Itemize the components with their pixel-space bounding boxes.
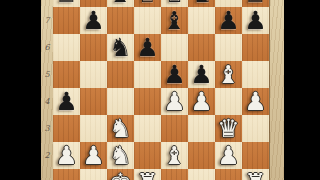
rank-label-6: 6 [41,34,53,61]
square-e2[interactable]: ♝ [161,142,188,169]
square-h5[interactable] [242,61,269,88]
rank-label-5: 5 [41,61,53,88]
piece-white-pawn-f4[interactable]: ♟ [190,88,212,115]
board-frame-right [269,0,284,180]
square-f5[interactable]: ♟ [188,61,215,88]
square-a2[interactable]: ♟ [53,142,80,169]
piece-white-rook-d1[interactable]: ♜ [136,169,158,180]
square-h2[interactable] [242,142,269,169]
piece-white-queen-g3[interactable]: ♛ [217,115,239,142]
square-a6[interactable] [53,34,80,61]
piece-black-pawn-d6[interactable]: ♟ [136,34,158,61]
piece-black-queen-d8[interactable]: ♛ [136,0,158,7]
square-c7[interactable] [107,7,134,34]
square-f6[interactable] [188,34,215,61]
square-g3[interactable]: ♛ [215,115,242,142]
piece-white-pawn-h4[interactable]: ♟ [244,88,266,115]
piece-white-pawn-b2[interactable]: ♟ [82,142,104,169]
piece-black-pawn-f5[interactable]: ♟ [190,61,212,88]
square-f4[interactable]: ♟ [188,88,215,115]
piece-white-pawn-g2[interactable]: ♟ [217,142,239,169]
square-g4[interactable] [215,88,242,115]
square-b3[interactable] [80,115,107,142]
square-b4[interactable] [80,88,107,115]
square-h6[interactable] [242,34,269,61]
square-f1[interactable] [188,169,215,180]
square-h7[interactable]: ♟ [242,7,269,34]
rank-label-4: 4 [41,88,53,115]
square-h4[interactable]: ♟ [242,88,269,115]
square-c3[interactable]: ♞ [107,115,134,142]
square-d5[interactable] [134,61,161,88]
piece-white-knight-c2[interactable]: ♞ [109,142,131,169]
square-a8[interactable]: ♜ [53,0,80,7]
square-b2[interactable]: ♟ [80,142,107,169]
square-a1[interactable] [53,169,80,180]
square-a3[interactable] [53,115,80,142]
square-g5[interactable]: ♝ [215,61,242,88]
square-a5[interactable] [53,61,80,88]
square-f3[interactable] [188,115,215,142]
chess-board: ♜♝♛♚♞♜♟♝♟♟♞♟♟♟♝♟♟♟♟♞♛♟♟♞♝♟♚♜♜ [53,0,269,180]
square-b7[interactable]: ♟ [80,7,107,34]
square-g7[interactable]: ♟ [215,7,242,34]
piece-black-pawn-a4[interactable]: ♟ [55,88,77,115]
square-b5[interactable] [80,61,107,88]
piece-black-pawn-b7[interactable]: ♟ [82,7,104,34]
square-b6[interactable] [80,34,107,61]
square-f2[interactable] [188,142,215,169]
piece-white-pawn-e4[interactable]: ♟ [163,88,185,115]
square-e6[interactable] [161,34,188,61]
piece-black-pawn-h7[interactable]: ♟ [244,7,266,34]
square-d3[interactable] [134,115,161,142]
piece-black-knight-c6[interactable]: ♞ [109,34,131,61]
square-e1[interactable] [161,169,188,180]
square-g6[interactable] [215,34,242,61]
square-c2[interactable]: ♞ [107,142,134,169]
piece-white-rook-h1[interactable]: ♜ [244,169,266,180]
piece-white-pawn-a2[interactable]: ♟ [55,142,77,169]
piece-white-bishop-g5[interactable]: ♝ [217,61,239,88]
square-e4[interactable]: ♟ [161,88,188,115]
square-b1[interactable] [80,169,107,180]
chessboard-screenshot: 765432 ♜♝♛♚♞♜♟♝♟♟♞♟♟♟♝♟♟♟♟♞♛♟♟♞♝♟♚♜♜ [0,0,320,180]
piece-black-pawn-e5[interactable]: ♟ [163,61,185,88]
square-f7[interactable] [188,7,215,34]
piece-white-bishop-e2[interactable]: ♝ [163,142,185,169]
square-f8[interactable]: ♞ [188,0,215,7]
square-d6[interactable]: ♟ [134,34,161,61]
square-e7[interactable]: ♝ [161,7,188,34]
piece-black-bishop-e7[interactable]: ♝ [163,7,185,34]
square-e5[interactable]: ♟ [161,61,188,88]
square-d2[interactable] [134,142,161,169]
piece-black-knight-f8[interactable]: ♞ [190,0,212,7]
square-e3[interactable] [161,115,188,142]
square-g2[interactable]: ♟ [215,142,242,169]
piece-white-knight-c3[interactable]: ♞ [109,115,131,142]
square-g1[interactable] [215,169,242,180]
square-d8[interactable]: ♛ [134,0,161,7]
square-c6[interactable]: ♞ [107,34,134,61]
square-c1[interactable]: ♚ [107,169,134,180]
square-c8[interactable]: ♝ [107,0,134,7]
square-d4[interactable] [134,88,161,115]
rank-label-2: 2 [41,142,53,169]
square-d1[interactable]: ♜ [134,169,161,180]
rank-label-3: 3 [41,115,53,142]
rank-label-7: 7 [41,7,53,34]
square-a7[interactable] [53,7,80,34]
square-c5[interactable] [107,61,134,88]
piece-black-bishop-c8[interactable]: ♝ [109,0,131,7]
square-h1[interactable]: ♜ [242,169,269,180]
square-h3[interactable] [242,115,269,142]
piece-black-rook-a8[interactable]: ♜ [55,0,77,7]
square-a4[interactable]: ♟ [53,88,80,115]
piece-white-king-c1[interactable]: ♚ [109,169,131,180]
square-c4[interactable] [107,88,134,115]
piece-black-pawn-g7[interactable]: ♟ [217,7,239,34]
square-d7[interactable] [134,7,161,34]
